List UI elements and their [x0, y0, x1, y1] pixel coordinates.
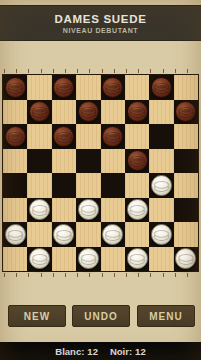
- board-square[interactable]: [174, 124, 198, 149]
- board-square[interactable]: [76, 75, 100, 100]
- board-square[interactable]: ⛀: [76, 198, 100, 223]
- board-square[interactable]: ⛂: [3, 75, 27, 100]
- board-square[interactable]: [101, 100, 125, 125]
- board-square[interactable]: ⛀: [27, 198, 51, 223]
- board-square[interactable]: [149, 100, 173, 125]
- app-screen: DAMES SUEDE NIVEAU DEBUTANT ⛂⛂⛂⛂⛂⛂⛂⛂⛂⛂⛂⛂…: [0, 0, 201, 360]
- board-square[interactable]: [76, 149, 100, 174]
- header-bar: DAMES SUEDE NIVEAU DEBUTANT: [0, 5, 201, 41]
- blanc-piece[interactable]: ⛀: [127, 248, 148, 269]
- board-square[interactable]: [52, 100, 76, 125]
- board-square[interactable]: [101, 173, 125, 198]
- board-square[interactable]: [174, 173, 198, 198]
- board-square[interactable]: [52, 198, 76, 223]
- board-square[interactable]: [52, 247, 76, 272]
- board-square[interactable]: ⛀: [101, 222, 125, 247]
- white-count: Blanc: 12: [55, 346, 98, 357]
- board-square[interactable]: ⛂: [76, 100, 100, 125]
- board-square[interactable]: ⛀: [52, 222, 76, 247]
- blanc-piece[interactable]: ⛀: [5, 224, 26, 245]
- noir-piece[interactable]: ⛂: [29, 101, 50, 122]
- board-ruler-bottom: [4, 273, 197, 277]
- noir-piece[interactable]: ⛂: [175, 101, 196, 122]
- blanc-piece[interactable]: ⛀: [29, 248, 50, 269]
- black-count: Noir: 12: [110, 346, 146, 357]
- board-square[interactable]: [101, 247, 125, 272]
- board-square[interactable]: [76, 222, 100, 247]
- board-square[interactable]: [174, 149, 198, 174]
- blanc-piece[interactable]: ⛀: [78, 199, 99, 220]
- menu-button[interactable]: MENU: [137, 305, 195, 327]
- board-square[interactable]: ⛀: [27, 247, 51, 272]
- board-square[interactable]: [125, 173, 149, 198]
- status-bar: Blanc: 12 Noir: 12: [0, 342, 201, 360]
- board-square[interactable]: [101, 198, 125, 223]
- board-square[interactable]: [125, 124, 149, 149]
- noir-piece[interactable]: ⛂: [127, 150, 148, 171]
- board-square[interactable]: ⛂: [3, 124, 27, 149]
- noir-piece[interactable]: ⛂: [102, 126, 123, 147]
- noir-piece[interactable]: ⛂: [127, 101, 148, 122]
- board-square[interactable]: ⛀: [174, 247, 198, 272]
- board-square[interactable]: [149, 198, 173, 223]
- blanc-piece[interactable]: ⛀: [102, 224, 123, 245]
- noir-piece[interactable]: ⛂: [78, 101, 99, 122]
- app-title: DAMES SUEDE: [54, 13, 146, 25]
- board-square[interactable]: [76, 173, 100, 198]
- board-square[interactable]: ⛂: [174, 100, 198, 125]
- board-square[interactable]: ⛀: [3, 222, 27, 247]
- board-square[interactable]: [149, 247, 173, 272]
- white-count-label: Blanc:: [55, 346, 84, 357]
- board-square[interactable]: ⛂: [125, 100, 149, 125]
- board-square[interactable]: [3, 100, 27, 125]
- board-ruler-top: [4, 69, 197, 73]
- noir-piece[interactable]: ⛂: [5, 77, 26, 98]
- blanc-piece[interactable]: ⛀: [151, 175, 172, 196]
- blanc-piece[interactable]: ⛀: [127, 199, 148, 220]
- noir-piece[interactable]: ⛂: [5, 126, 26, 147]
- board-square[interactable]: ⛂: [27, 100, 51, 125]
- board-square[interactable]: ⛂: [52, 75, 76, 100]
- blanc-piece[interactable]: ⛀: [151, 224, 172, 245]
- board-square[interactable]: ⛂: [125, 149, 149, 174]
- noir-piece[interactable]: ⛂: [151, 77, 172, 98]
- board-square[interactable]: [174, 222, 198, 247]
- noir-piece[interactable]: ⛂: [102, 77, 123, 98]
- noir-piece[interactable]: ⛂: [53, 126, 74, 147]
- board-square[interactable]: [125, 222, 149, 247]
- board-square[interactable]: ⛀: [149, 173, 173, 198]
- board-square[interactable]: [27, 222, 51, 247]
- board-square[interactable]: [125, 75, 149, 100]
- board-square[interactable]: [174, 75, 198, 100]
- blanc-piece[interactable]: ⛀: [78, 248, 99, 269]
- board-square[interactable]: ⛂: [149, 75, 173, 100]
- board-square[interactable]: [3, 173, 27, 198]
- board-square[interactable]: [3, 247, 27, 272]
- black-count-label: Noir:: [110, 346, 132, 357]
- board-square[interactable]: [149, 124, 173, 149]
- board-square[interactable]: [174, 198, 198, 223]
- blanc-piece[interactable]: ⛀: [175, 248, 196, 269]
- noir-piece[interactable]: ⛂: [53, 77, 74, 98]
- board-square[interactable]: ⛂: [52, 124, 76, 149]
- board-frame: ⛂⛂⛂⛂⛂⛂⛂⛂⛂⛂⛂⛂⛀⛀⛀⛀⛀⛀⛀⛀⛀⛀⛀⛀: [2, 74, 199, 272]
- board-square[interactable]: [27, 173, 51, 198]
- white-count-value: 12: [87, 346, 98, 357]
- board-square[interactable]: [52, 149, 76, 174]
- undo-button[interactable]: UNDO: [72, 305, 130, 327]
- blanc-piece[interactable]: ⛀: [29, 199, 50, 220]
- board-square[interactable]: [27, 124, 51, 149]
- black-count-value: 12: [135, 346, 146, 357]
- board-square[interactable]: [76, 124, 100, 149]
- board[interactable]: ⛂⛂⛂⛂⛂⛂⛂⛂⛂⛂⛂⛂⛀⛀⛀⛀⛀⛀⛀⛀⛀⛀⛀⛀: [3, 75, 198, 271]
- board-square[interactable]: ⛀: [125, 198, 149, 223]
- board-square[interactable]: [27, 149, 51, 174]
- new-game-button[interactable]: NEW: [8, 305, 66, 327]
- board-square[interactable]: ⛀: [76, 247, 100, 272]
- board-square[interactable]: [3, 149, 27, 174]
- blanc-piece[interactable]: ⛀: [53, 224, 74, 245]
- board-square[interactable]: ⛂: [101, 124, 125, 149]
- board-square[interactable]: [101, 149, 125, 174]
- board-square[interactable]: ⛀: [125, 247, 149, 272]
- board-square[interactable]: [52, 173, 76, 198]
- board-square[interactable]: ⛀: [149, 222, 173, 247]
- board-square[interactable]: [3, 198, 27, 223]
- board-square[interactable]: ⛂: [101, 75, 125, 100]
- board-square[interactable]: [149, 149, 173, 174]
- difficulty-level: NIVEAU DEBUTANT: [63, 27, 138, 34]
- board-square[interactable]: [27, 75, 51, 100]
